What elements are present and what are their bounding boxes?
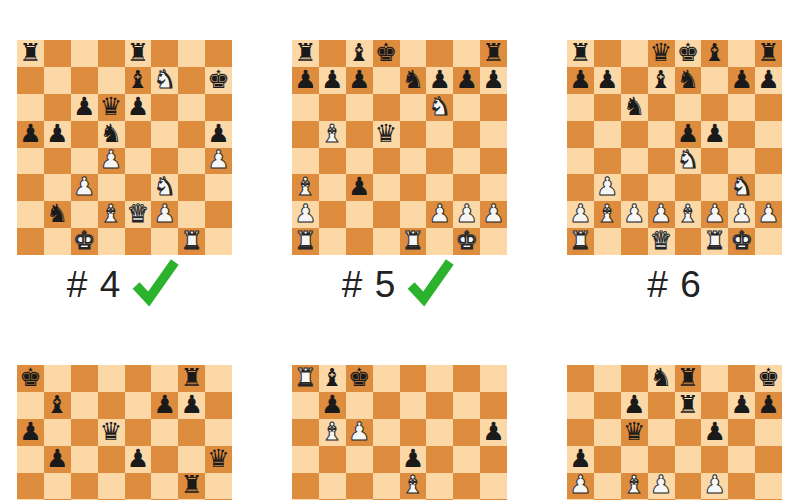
black-king-piece: ♚ bbox=[677, 40, 699, 65]
square: ♜ bbox=[567, 228, 594, 255]
square bbox=[426, 365, 453, 392]
square bbox=[17, 201, 44, 228]
square bbox=[567, 365, 594, 392]
white-pawn-piece: ♟ bbox=[650, 472, 672, 497]
square bbox=[400, 419, 427, 446]
square bbox=[400, 174, 427, 201]
white-knight-piece: ♞ bbox=[154, 174, 176, 199]
white-pawn-piece: ♟ bbox=[207, 147, 229, 172]
square bbox=[567, 148, 594, 175]
square bbox=[373, 174, 400, 201]
black-pawn-piece: ♟ bbox=[757, 67, 779, 92]
square: ♝ bbox=[98, 201, 125, 228]
square bbox=[346, 121, 373, 148]
white-pawn-piece: ♟ bbox=[294, 201, 316, 226]
square: ♝ bbox=[319, 121, 346, 148]
square: ♝ bbox=[701, 40, 728, 67]
black-pawn-piece: ♟ bbox=[348, 67, 370, 92]
square bbox=[594, 148, 621, 175]
square bbox=[453, 94, 480, 121]
square: ♜ bbox=[125, 40, 152, 67]
square bbox=[755, 121, 782, 148]
square bbox=[292, 446, 319, 473]
black-queen-piece: ♛ bbox=[375, 121, 397, 146]
square bbox=[125, 419, 152, 446]
square bbox=[480, 228, 507, 255]
square bbox=[453, 365, 480, 392]
square bbox=[125, 473, 152, 500]
white-pawn-piece: ♟ bbox=[429, 201, 451, 226]
black-bishop-piece: ♝ bbox=[46, 392, 68, 417]
square bbox=[648, 392, 675, 419]
square bbox=[373, 446, 400, 473]
square bbox=[400, 365, 427, 392]
square bbox=[426, 148, 453, 175]
square bbox=[17, 392, 44, 419]
black-rook-piece: ♜ bbox=[180, 472, 202, 497]
square bbox=[178, 121, 205, 148]
square bbox=[178, 174, 205, 201]
black-pawn-piece: ♟ bbox=[180, 392, 202, 417]
black-pawn-piece: ♟ bbox=[127, 446, 149, 471]
square bbox=[426, 446, 453, 473]
square bbox=[701, 148, 728, 175]
square: ♟ bbox=[71, 94, 98, 121]
square: ♚ bbox=[71, 228, 98, 255]
square bbox=[480, 473, 507, 500]
square bbox=[480, 446, 507, 473]
black-bishop-piece: ♝ bbox=[650, 67, 672, 92]
square: ♝ bbox=[44, 392, 71, 419]
square bbox=[44, 473, 71, 500]
square: ♟ bbox=[125, 446, 152, 473]
square: ♟ bbox=[701, 201, 728, 228]
square bbox=[17, 67, 44, 94]
white-knight-piece: ♞ bbox=[429, 94, 451, 119]
square bbox=[621, 365, 648, 392]
square bbox=[205, 201, 232, 228]
black-pawn-piece: ♟ bbox=[294, 67, 316, 92]
square: ♟ bbox=[728, 201, 755, 228]
square bbox=[44, 419, 71, 446]
square bbox=[98, 446, 125, 473]
square bbox=[373, 201, 400, 228]
square: ♟ bbox=[151, 201, 178, 228]
square bbox=[675, 94, 702, 121]
square: ♜ bbox=[178, 473, 205, 500]
square bbox=[319, 473, 346, 500]
square: ♟ bbox=[319, 67, 346, 94]
square bbox=[44, 174, 71, 201]
square bbox=[125, 365, 152, 392]
black-king-piece: ♚ bbox=[375, 40, 397, 65]
black-pawn-piece: ♟ bbox=[321, 67, 343, 92]
square bbox=[701, 365, 728, 392]
white-bishop-piece: ♝ bbox=[402, 472, 424, 497]
puzzle-slot-7: ♚♜♝♟♟♟♛♟♟♛♜ bbox=[17, 365, 232, 500]
square: ♚ bbox=[346, 365, 373, 392]
square bbox=[178, 446, 205, 473]
square bbox=[701, 446, 728, 473]
square bbox=[453, 40, 480, 67]
square bbox=[480, 94, 507, 121]
square: ♚ bbox=[205, 67, 232, 94]
white-pawn-piece: ♟ bbox=[704, 201, 726, 226]
square bbox=[755, 228, 782, 255]
square bbox=[567, 419, 594, 446]
square bbox=[426, 174, 453, 201]
puzzle-slot-4: ♜♜♝♞♚♟♛♟♟♟♞♟♟♟♟♞♞♝♛♟♚♜ # 4 bbox=[17, 40, 232, 315]
black-pawn-piece: ♟ bbox=[569, 67, 591, 92]
square bbox=[17, 174, 44, 201]
black-pawn-piece: ♟ bbox=[207, 121, 229, 146]
square: ♚ bbox=[373, 40, 400, 67]
black-rook-piece: ♜ bbox=[757, 40, 779, 65]
square bbox=[98, 473, 125, 500]
chess-board-9[interactable]: ♞♜♚♟♜♟♟♛♟♟♟♝♟♟ bbox=[567, 365, 782, 500]
square bbox=[400, 201, 427, 228]
square bbox=[426, 473, 453, 500]
white-rook-piece: ♜ bbox=[402, 228, 424, 253]
square: ♟ bbox=[292, 67, 319, 94]
square: ♜ bbox=[480, 40, 507, 67]
square: ♟ bbox=[426, 201, 453, 228]
black-knight-piece: ♞ bbox=[402, 67, 424, 92]
black-bishop-piece: ♝ bbox=[127, 67, 149, 92]
square: ♜ bbox=[17, 40, 44, 67]
square bbox=[567, 392, 594, 419]
black-knight-piece: ♞ bbox=[100, 121, 122, 146]
square: ♜ bbox=[675, 365, 702, 392]
square bbox=[567, 121, 594, 148]
square: ♛ bbox=[373, 121, 400, 148]
square bbox=[701, 174, 728, 201]
square bbox=[319, 446, 346, 473]
square bbox=[480, 365, 507, 392]
square: ♜ bbox=[701, 228, 728, 255]
square: ♟ bbox=[701, 121, 728, 148]
white-knight-piece: ♞ bbox=[154, 67, 176, 92]
square: ♞ bbox=[675, 148, 702, 175]
square: ♝ bbox=[319, 419, 346, 446]
square bbox=[98, 40, 125, 67]
black-knight-piece: ♞ bbox=[623, 94, 645, 119]
square: ♟ bbox=[178, 392, 205, 419]
square: ♛ bbox=[125, 201, 152, 228]
puzzle-label: # 5 bbox=[342, 264, 396, 306]
square bbox=[346, 148, 373, 175]
square bbox=[346, 473, 373, 500]
square: ♟ bbox=[648, 473, 675, 500]
square bbox=[178, 67, 205, 94]
white-pawn-piece: ♟ bbox=[569, 472, 591, 497]
white-king-piece: ♚ bbox=[730, 228, 752, 253]
square bbox=[701, 392, 728, 419]
square bbox=[373, 392, 400, 419]
square bbox=[400, 94, 427, 121]
square bbox=[400, 392, 427, 419]
square: ♟ bbox=[17, 419, 44, 446]
square bbox=[319, 40, 346, 67]
black-pawn-piece: ♟ bbox=[455, 67, 477, 92]
square: ♟ bbox=[755, 201, 782, 228]
square: ♟ bbox=[205, 121, 232, 148]
black-pawn-piece: ♟ bbox=[154, 392, 176, 417]
square: ♜ bbox=[292, 365, 319, 392]
white-queen-piece: ♛ bbox=[127, 201, 149, 226]
black-pawn-piece: ♟ bbox=[46, 121, 68, 146]
square: ♜ bbox=[567, 40, 594, 67]
square bbox=[346, 392, 373, 419]
square bbox=[44, 228, 71, 255]
square bbox=[205, 40, 232, 67]
square bbox=[453, 121, 480, 148]
white-bishop-piece: ♝ bbox=[321, 121, 343, 146]
square bbox=[205, 174, 232, 201]
black-pawn-piece: ♟ bbox=[623, 392, 645, 417]
square bbox=[17, 473, 44, 500]
square bbox=[125, 392, 152, 419]
black-pawn-piece: ♟ bbox=[704, 121, 726, 146]
square: ♝ bbox=[125, 67, 152, 94]
puzzle-label: # 6 bbox=[647, 264, 701, 306]
square: ♟ bbox=[346, 419, 373, 446]
square bbox=[594, 419, 621, 446]
black-pawn-piece: ♟ bbox=[73, 94, 95, 119]
white-pawn-piece: ♟ bbox=[154, 201, 176, 226]
square: ♛ bbox=[648, 40, 675, 67]
white-rook-piece: ♜ bbox=[294, 228, 316, 253]
square bbox=[71, 67, 98, 94]
square: ♝ bbox=[400, 473, 427, 500]
puzzle-caption: # 6 bbox=[567, 255, 782, 315]
square bbox=[728, 94, 755, 121]
black-rook-piece: ♜ bbox=[677, 365, 699, 390]
square: ♝ bbox=[675, 201, 702, 228]
square bbox=[594, 94, 621, 121]
white-pawn-piece: ♟ bbox=[704, 472, 726, 497]
square: ♛ bbox=[98, 94, 125, 121]
square: ♞ bbox=[44, 201, 71, 228]
square bbox=[178, 201, 205, 228]
square bbox=[44, 365, 71, 392]
square bbox=[400, 148, 427, 175]
square: ♞ bbox=[151, 174, 178, 201]
square bbox=[701, 67, 728, 94]
black-pawn-piece: ♟ bbox=[730, 392, 752, 417]
black-pawn-piece: ♟ bbox=[402, 446, 424, 471]
square: ♛ bbox=[98, 419, 125, 446]
black-pawn-piece: ♟ bbox=[704, 419, 726, 444]
square: ♚ bbox=[675, 40, 702, 67]
square bbox=[319, 228, 346, 255]
square bbox=[621, 174, 648, 201]
white-queen-piece: ♛ bbox=[650, 228, 672, 253]
square: ♝ bbox=[346, 40, 373, 67]
square: ♛ bbox=[205, 446, 232, 473]
black-rook-piece: ♜ bbox=[127, 40, 149, 65]
square bbox=[728, 365, 755, 392]
square bbox=[594, 121, 621, 148]
square: ♞ bbox=[151, 67, 178, 94]
square bbox=[17, 446, 44, 473]
square bbox=[755, 473, 782, 500]
black-bishop-piece: ♝ bbox=[704, 40, 726, 65]
square: ♜ bbox=[400, 228, 427, 255]
square: ♟ bbox=[453, 201, 480, 228]
square bbox=[453, 148, 480, 175]
square bbox=[178, 148, 205, 175]
square: ♚ bbox=[755, 365, 782, 392]
square bbox=[151, 228, 178, 255]
square bbox=[594, 40, 621, 67]
square bbox=[728, 121, 755, 148]
square: ♝ bbox=[292, 174, 319, 201]
square: ♜ bbox=[178, 365, 205, 392]
square bbox=[346, 94, 373, 121]
square bbox=[151, 446, 178, 473]
square: ♟ bbox=[125, 94, 152, 121]
square: ♟ bbox=[621, 201, 648, 228]
black-rook-piece: ♜ bbox=[677, 392, 699, 417]
square: ♟ bbox=[567, 67, 594, 94]
white-pawn-piece: ♟ bbox=[455, 201, 477, 226]
square bbox=[755, 174, 782, 201]
square bbox=[98, 228, 125, 255]
square: ♚ bbox=[453, 228, 480, 255]
chess-board-5[interactable]: ♜♝♚♜♟♟♟♞♟♟♟♞♝♛♝♟♟♟♟♟♜♜♚ bbox=[292, 40, 507, 255]
square: ♟ bbox=[621, 392, 648, 419]
square bbox=[151, 121, 178, 148]
square bbox=[675, 174, 702, 201]
white-rook-piece: ♜ bbox=[180, 228, 202, 253]
square bbox=[292, 419, 319, 446]
square: ♟ bbox=[151, 392, 178, 419]
black-rook-piece: ♜ bbox=[482, 40, 504, 65]
chess-board-7[interactable]: ♚♜♝♟♟♟♛♟♟♛♜ bbox=[17, 365, 232, 500]
chess-board-8[interactable]: ♜♝♚♟♝♟♟♟♝ bbox=[292, 365, 507, 500]
black-queen-piece: ♛ bbox=[207, 446, 229, 471]
square bbox=[98, 174, 125, 201]
square: ♚ bbox=[728, 228, 755, 255]
square bbox=[453, 174, 480, 201]
square bbox=[373, 228, 400, 255]
black-queen-piece: ♛ bbox=[100, 419, 122, 444]
white-pawn-piece: ♟ bbox=[100, 147, 122, 172]
square bbox=[648, 148, 675, 175]
square: ♞ bbox=[648, 365, 675, 392]
white-bishop-piece: ♝ bbox=[100, 201, 122, 226]
square: ♟ bbox=[594, 67, 621, 94]
square bbox=[71, 40, 98, 67]
square bbox=[151, 148, 178, 175]
white-pawn-piece: ♟ bbox=[596, 174, 618, 199]
square: ♟ bbox=[292, 201, 319, 228]
square bbox=[373, 67, 400, 94]
square: ♚ bbox=[17, 365, 44, 392]
square bbox=[346, 201, 373, 228]
puzzle-caption: # 5 bbox=[292, 255, 507, 315]
square: ♟ bbox=[755, 392, 782, 419]
white-bishop-piece: ♝ bbox=[677, 201, 699, 226]
square bbox=[205, 473, 232, 500]
square bbox=[44, 67, 71, 94]
square: ♜ bbox=[178, 228, 205, 255]
square bbox=[319, 148, 346, 175]
square: ♟ bbox=[701, 473, 728, 500]
square bbox=[71, 148, 98, 175]
chess-board-4[interactable]: ♜♜♝♞♚♟♛♟♟♟♞♟♟♟♟♞♞♝♛♟♚♜ bbox=[17, 40, 232, 255]
square bbox=[319, 174, 346, 201]
square bbox=[594, 365, 621, 392]
square: ♞ bbox=[675, 67, 702, 94]
square: ♟ bbox=[480, 419, 507, 446]
square bbox=[594, 228, 621, 255]
square: ♟ bbox=[98, 148, 125, 175]
square: ♞ bbox=[728, 174, 755, 201]
white-bishop-piece: ♝ bbox=[294, 174, 316, 199]
square bbox=[648, 94, 675, 121]
square bbox=[621, 148, 648, 175]
square bbox=[728, 148, 755, 175]
square bbox=[125, 121, 152, 148]
square: ♞ bbox=[400, 67, 427, 94]
square: ♜ bbox=[292, 228, 319, 255]
square bbox=[675, 446, 702, 473]
square: ♟ bbox=[728, 67, 755, 94]
square bbox=[373, 365, 400, 392]
square bbox=[648, 419, 675, 446]
square: ♜ bbox=[755, 40, 782, 67]
white-pawn-piece: ♟ bbox=[757, 201, 779, 226]
black-rook-piece: ♜ bbox=[19, 40, 41, 65]
white-rook-piece: ♜ bbox=[704, 228, 726, 253]
square bbox=[755, 94, 782, 121]
white-king-piece: ♚ bbox=[73, 228, 95, 253]
square bbox=[151, 473, 178, 500]
square bbox=[675, 473, 702, 500]
square bbox=[594, 392, 621, 419]
check-icon bbox=[128, 254, 182, 308]
square bbox=[453, 392, 480, 419]
square bbox=[292, 121, 319, 148]
square: ♟ bbox=[480, 67, 507, 94]
chess-board-6[interactable]: ♜♛♚♝♜♟♟♝♞♟♟♞♟♟♞♟♞♟♝♟♟♝♟♟♟♜♛♜♚ bbox=[567, 40, 782, 255]
square bbox=[400, 40, 427, 67]
white-pawn-piece: ♟ bbox=[650, 201, 672, 226]
black-rook-piece: ♜ bbox=[180, 365, 202, 390]
square bbox=[17, 228, 44, 255]
square: ♝ bbox=[648, 67, 675, 94]
white-pawn-piece: ♟ bbox=[73, 174, 95, 199]
black-pawn-piece: ♟ bbox=[321, 392, 343, 417]
white-rook-piece: ♜ bbox=[294, 365, 316, 390]
square bbox=[125, 228, 152, 255]
square bbox=[71, 201, 98, 228]
square bbox=[648, 446, 675, 473]
black-pawn-piece: ♟ bbox=[482, 67, 504, 92]
check-icon bbox=[403, 254, 457, 308]
square: ♜ bbox=[292, 40, 319, 67]
square bbox=[292, 148, 319, 175]
square bbox=[675, 228, 702, 255]
puzzle-label: # 4 bbox=[67, 264, 121, 306]
black-queen-piece: ♛ bbox=[100, 94, 122, 119]
black-rook-piece: ♜ bbox=[569, 40, 591, 65]
square bbox=[205, 419, 232, 446]
white-rook-piece: ♜ bbox=[569, 228, 591, 253]
square bbox=[426, 392, 453, 419]
